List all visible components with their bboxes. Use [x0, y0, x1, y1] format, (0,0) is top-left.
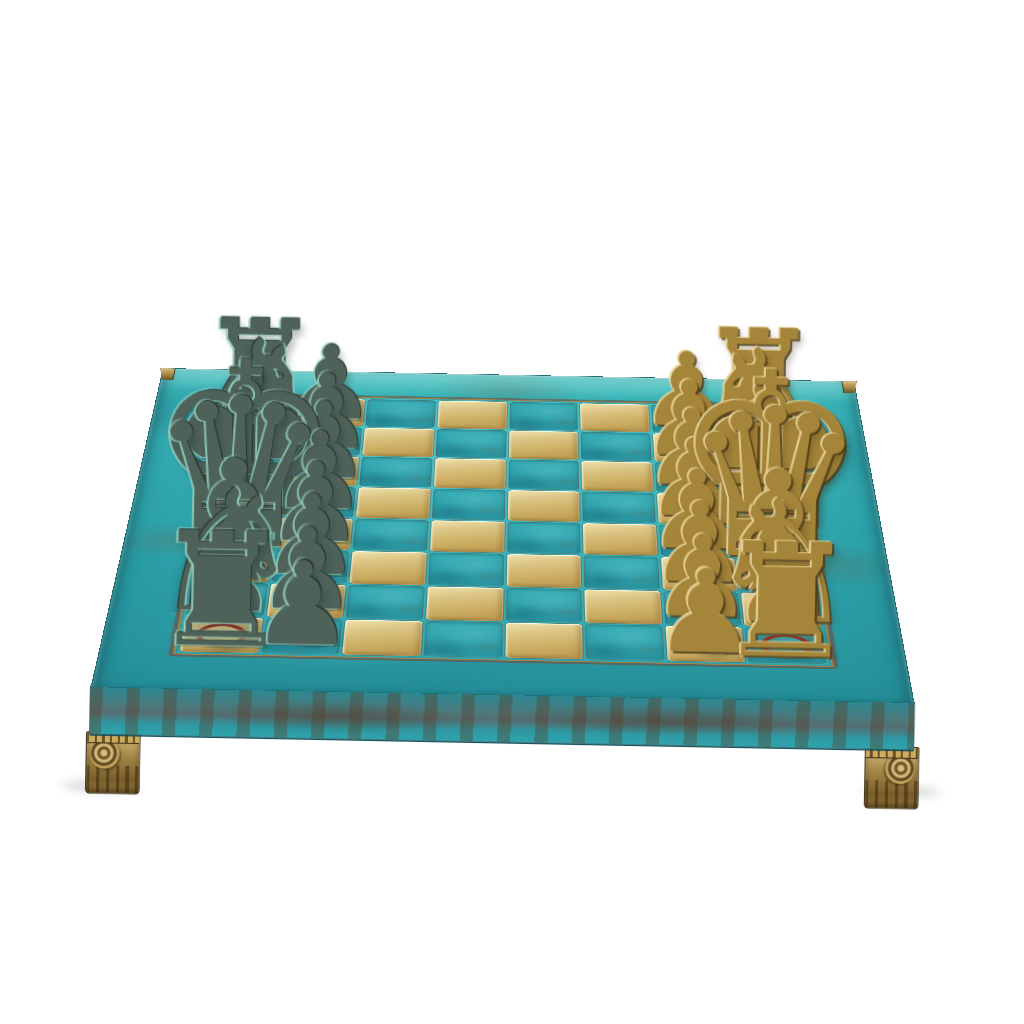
perspective-scene: ♜♟♟♜♞♟♟♞♝♟♟♝♚♟♟♚♛♟♟♛♝♟♟♝♞♟♟♞♜♟♟♜: [0, 0, 1024, 1024]
square-g4: [508, 430, 578, 460]
square-e5: [432, 489, 505, 521]
square-d6: [353, 519, 429, 552]
square-h5: [437, 401, 506, 430]
camera-tilt-wrapper: ♜♟♟♜♞♟♟♞♝♟♟♝♚♟♟♚♛♟♟♛♝♟♟♝♞♟♟♞♜♟♟♜: [0, 0, 1024, 1024]
square-b5: [426, 586, 503, 621]
square-b6: [346, 585, 425, 620]
square-g6: [362, 428, 434, 457]
square-h4: [509, 402, 578, 431]
square-f5: [434, 458, 506, 488]
board-front-edge: [89, 686, 915, 752]
square-a4: [505, 623, 583, 659]
square-e4: [507, 490, 580, 522]
square-e6: [356, 487, 430, 519]
square-d5: [430, 520, 504, 553]
square-g5: [435, 429, 506, 459]
ionic-capital-icon: [864, 746, 920, 809]
square-a6: [342, 620, 422, 656]
square-c4: [506, 554, 581, 588]
square-a5: [424, 621, 503, 657]
square-c5: [428, 553, 504, 587]
square-f4: [508, 460, 579, 491]
square-c6: [349, 551, 426, 585]
square-h6: [365, 399, 436, 428]
square-f6: [359, 457, 432, 487]
ionic-capital-icon: [85, 731, 141, 794]
product-photo-stage: ♜♟♟♜♞♟♟♞♝♟♟♝♚♟♟♚♛♟♟♛♝♟♟♝♞♟♟♞♜♟♟♜: [0, 0, 1024, 1024]
chess-board: ♜♟♟♜♞♟♟♞♝♟♟♝♚♟♟♚♛♟♟♛♝♟♟♝♞♟♟♞♜♟♟♜: [91, 368, 915, 703]
square-d4: [507, 522, 581, 555]
square-b4: [506, 588, 583, 623]
